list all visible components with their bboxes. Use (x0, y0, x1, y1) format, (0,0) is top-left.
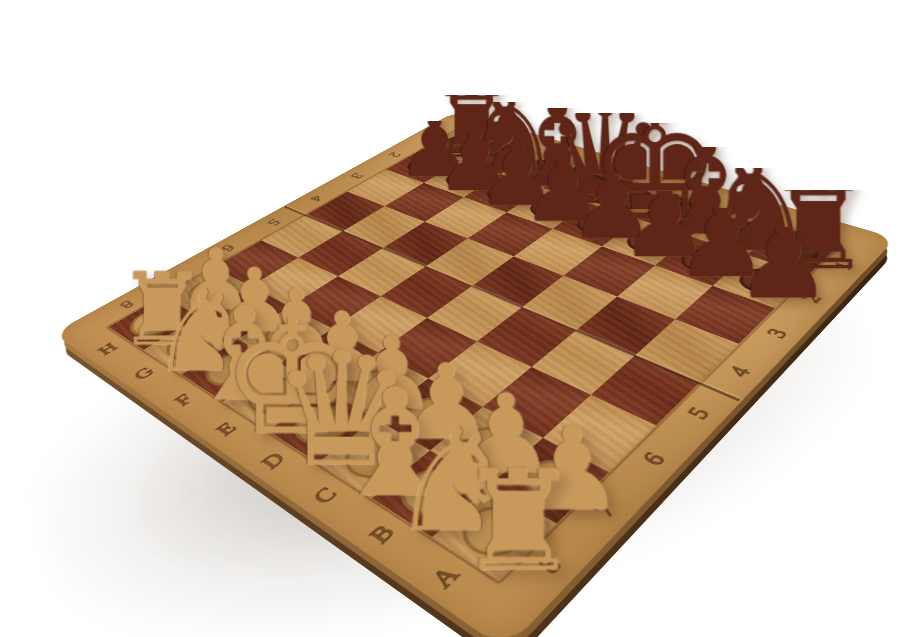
dark-pawn-a2[interactable]: ♟ (742, 227, 825, 301)
product-photo: HGFEDCBA8765432187654321HGFEDCBA ♜♞♝♚♛♝♞… (0, 0, 900, 637)
light-rook-a8[interactable]: ♜ (456, 459, 580, 570)
chess-board: HGFEDCBA8765432187654321HGFEDCBA ♜♞♝♚♛♝♞… (53, 111, 896, 637)
dark-pawn-glyph: ♟ (734, 212, 831, 310)
light-rook-glyph: ♜ (456, 459, 580, 584)
scene: HGFEDCBA8765432187654321HGFEDCBA ♜♞♝♚♛♝♞… (172, 0, 772, 586)
